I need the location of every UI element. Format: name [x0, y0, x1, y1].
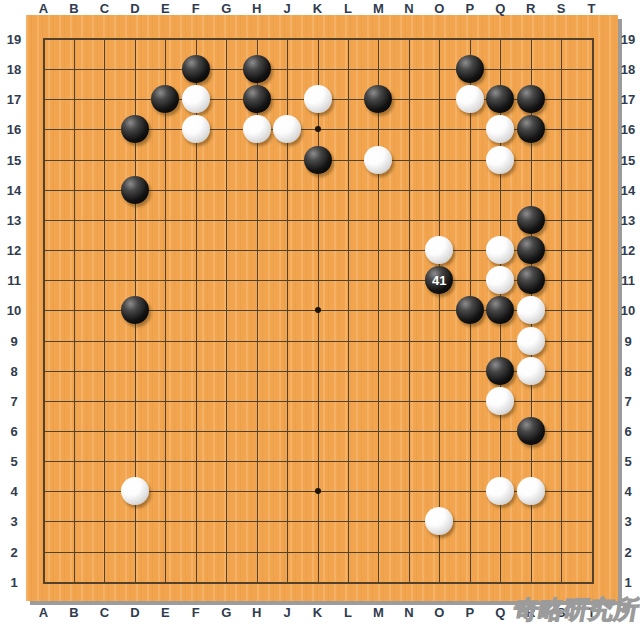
column-label-bottom-O: O: [434, 605, 444, 620]
column-label-top-D: D: [130, 1, 139, 16]
row-label-left-18: 18: [7, 62, 21, 77]
row-label-right-6: 6: [624, 423, 631, 438]
row-label-right-16: 16: [621, 122, 635, 137]
column-label-bottom-H: H: [252, 605, 261, 620]
row-label-right-3: 3: [624, 514, 631, 529]
black-stone-D16: [121, 115, 149, 143]
column-label-top-C: C: [100, 1, 109, 16]
white-stone-R9: [517, 327, 545, 355]
column-label-top-J: J: [283, 1, 290, 16]
column-label-top-Q: Q: [495, 1, 505, 16]
black-stone-F18: [182, 55, 210, 83]
go-board[interactable]: 41: [26, 15, 618, 601]
black-stone-R11: [517, 266, 545, 294]
row-label-left-16: 16: [7, 122, 21, 137]
row-label-left-15: 15: [7, 152, 21, 167]
row-label-right-17: 17: [621, 92, 635, 107]
black-stone-Q10: [486, 296, 514, 324]
column-label-bottom-D: D: [130, 605, 139, 620]
row-label-left-5: 5: [10, 454, 17, 469]
go-diagram-page: 41 AABBCCDDEEFFGGHHJJKKLLMMNNOOPPQQRRSST…: [0, 0, 640, 624]
column-label-bottom-M: M: [373, 605, 384, 620]
column-label-bottom-P: P: [465, 605, 474, 620]
column-label-bottom-B: B: [69, 605, 78, 620]
white-stone-Q11: [486, 266, 514, 294]
row-label-left-12: 12: [7, 243, 21, 258]
white-stone-P17: [456, 85, 484, 113]
column-label-top-M: M: [373, 1, 384, 16]
column-label-top-S: S: [557, 1, 566, 16]
white-stone-Q4: [486, 477, 514, 505]
row-label-right-12: 12: [621, 243, 635, 258]
row-label-right-2: 2: [624, 544, 631, 559]
column-label-top-L: L: [344, 1, 352, 16]
row-label-left-3: 3: [10, 514, 17, 529]
black-stone-R6: [517, 417, 545, 445]
column-label-top-E: E: [161, 1, 170, 16]
white-stone-O12: [425, 236, 453, 264]
row-label-left-7: 7: [10, 393, 17, 408]
column-label-bottom-L: L: [344, 605, 352, 620]
white-stone-H16: [243, 115, 271, 143]
black-stone-R17: [517, 85, 545, 113]
column-label-top-R: R: [526, 1, 535, 16]
white-stone-Q16: [486, 115, 514, 143]
column-label-bottom-E: E: [161, 605, 170, 620]
row-label-right-7: 7: [624, 393, 631, 408]
row-label-right-15: 15: [621, 152, 635, 167]
black-stone-H18: [243, 55, 271, 83]
black-stone-E17: [151, 85, 179, 113]
row-label-right-5: 5: [624, 454, 631, 469]
column-label-bottom-F: F: [192, 605, 200, 620]
row-label-left-17: 17: [7, 92, 21, 107]
row-label-left-13: 13: [7, 212, 21, 227]
column-label-top-K: K: [313, 1, 322, 16]
column-label-bottom-G: G: [221, 605, 231, 620]
column-label-top-O: O: [434, 1, 444, 16]
black-stone-M17: [364, 85, 392, 113]
black-stone-Q17: [486, 85, 514, 113]
star-point: [315, 307, 321, 313]
column-label-top-T: T: [588, 1, 596, 16]
white-stone-K17: [304, 85, 332, 113]
row-label-right-9: 9: [624, 333, 631, 348]
row-label-left-6: 6: [10, 423, 17, 438]
black-stone-K15: [304, 146, 332, 174]
row-label-right-8: 8: [624, 363, 631, 378]
column-label-bottom-J: J: [283, 605, 290, 620]
black-stone-R16: [517, 115, 545, 143]
row-label-left-14: 14: [7, 182, 21, 197]
row-label-left-9: 9: [10, 333, 17, 348]
white-stone-Q15: [486, 146, 514, 174]
row-label-right-19: 19: [621, 32, 635, 47]
watermark: 奇略研究所: [512, 596, 640, 624]
white-stone-J16: [273, 115, 301, 143]
white-stone-Q12: [486, 236, 514, 264]
black-stone-P18: [456, 55, 484, 83]
move-number-label: 41: [432, 274, 446, 287]
column-label-top-A: A: [39, 1, 48, 16]
column-label-bottom-N: N: [404, 605, 413, 620]
star-point: [315, 126, 321, 132]
white-stone-F17: [182, 85, 210, 113]
white-stone-Q7: [486, 387, 514, 415]
column-label-top-P: P: [465, 1, 474, 16]
column-label-bottom-Q: Q: [495, 605, 505, 620]
row-label-left-4: 4: [10, 484, 17, 499]
column-label-top-N: N: [404, 1, 413, 16]
white-stone-R8: [517, 357, 545, 385]
star-point: [315, 488, 321, 494]
column-label-bottom-C: C: [100, 605, 109, 620]
black-stone-O11-move-41: 41: [425, 266, 453, 294]
black-stone-R12: [517, 236, 545, 264]
white-stone-F16: [182, 115, 210, 143]
white-stone-M15: [364, 146, 392, 174]
row-label-left-19: 19: [7, 32, 21, 47]
white-stone-R10: [517, 296, 545, 324]
column-label-top-H: H: [252, 1, 261, 16]
row-label-left-1: 1: [10, 574, 17, 589]
column-label-top-G: G: [221, 1, 231, 16]
black-stone-D10: [121, 296, 149, 324]
column-label-top-B: B: [69, 1, 78, 16]
row-label-right-13: 13: [621, 212, 635, 227]
row-label-right-14: 14: [621, 182, 635, 197]
black-stone-H17: [243, 85, 271, 113]
row-label-left-2: 2: [10, 544, 17, 559]
white-stone-R4: [517, 477, 545, 505]
black-stone-R13: [517, 206, 545, 234]
row-label-right-10: 10: [621, 303, 635, 318]
row-label-left-10: 10: [7, 303, 21, 318]
column-label-top-F: F: [192, 1, 200, 16]
black-stone-Q8: [486, 357, 514, 385]
black-stone-P10: [456, 296, 484, 324]
column-label-bottom-A: A: [39, 605, 48, 620]
row-label-right-11: 11: [621, 273, 635, 288]
white-stone-O3: [425, 507, 453, 535]
white-stone-D4: [121, 477, 149, 505]
column-label-bottom-K: K: [313, 605, 322, 620]
row-label-left-8: 8: [10, 363, 17, 378]
row-label-right-18: 18: [621, 62, 635, 77]
black-stone-D14: [121, 176, 149, 204]
row-label-right-1: 1: [624, 574, 631, 589]
row-label-left-11: 11: [7, 273, 21, 288]
row-label-right-4: 4: [624, 484, 631, 499]
